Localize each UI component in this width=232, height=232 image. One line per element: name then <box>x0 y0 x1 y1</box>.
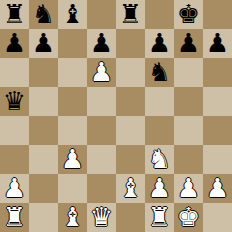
square-g8[interactable]: ♚ <box>174 0 203 29</box>
square-g4[interactable] <box>174 116 203 145</box>
square-b5[interactable] <box>29 87 58 116</box>
square-h2[interactable]: ♟ <box>203 174 232 203</box>
square-b8[interactable]: ♞ <box>29 0 58 29</box>
square-b4[interactable] <box>29 116 58 145</box>
black-pawn-piece: ♟ <box>177 29 200 58</box>
white-king-piece: ♚ <box>177 203 200 232</box>
square-a7[interactable]: ♟ <box>0 29 29 58</box>
white-pawn-piece: ♟ <box>90 58 113 87</box>
square-e8[interactable]: ♜ <box>116 0 145 29</box>
square-b1[interactable] <box>29 203 58 232</box>
square-b2[interactable] <box>29 174 58 203</box>
black-pawn-piece: ♟ <box>206 29 229 58</box>
square-g6[interactable] <box>174 58 203 87</box>
white-pawn-piece: ♟ <box>148 174 171 203</box>
white-pawn-piece: ♟ <box>206 174 229 203</box>
square-f3[interactable]: ♞ <box>145 145 174 174</box>
black-pawn-piece: ♟ <box>3 29 26 58</box>
square-c4[interactable] <box>58 116 87 145</box>
square-e7[interactable] <box>116 29 145 58</box>
black-queen-piece: ♛ <box>3 87 26 116</box>
square-f6[interactable]: ♞ <box>145 58 174 87</box>
white-rook-piece: ♜ <box>148 203 171 232</box>
black-knight-piece: ♞ <box>148 58 171 87</box>
square-a1[interactable]: ♜ <box>0 203 29 232</box>
square-f4[interactable] <box>145 116 174 145</box>
square-e6[interactable] <box>116 58 145 87</box>
square-h3[interactable] <box>203 145 232 174</box>
square-d4[interactable] <box>87 116 116 145</box>
square-g3[interactable] <box>174 145 203 174</box>
black-knight-piece: ♞ <box>32 0 55 29</box>
square-g5[interactable] <box>174 87 203 116</box>
square-h8[interactable] <box>203 0 232 29</box>
white-knight-piece: ♞ <box>148 145 171 174</box>
white-bishop-piece: ♝ <box>61 203 84 232</box>
black-king-piece: ♚ <box>177 0 200 29</box>
black-pawn-piece: ♟ <box>148 29 171 58</box>
square-d8[interactable] <box>87 0 116 29</box>
square-d3[interactable] <box>87 145 116 174</box>
square-c3[interactable]: ♟ <box>58 145 87 174</box>
square-c1[interactable]: ♝ <box>58 203 87 232</box>
square-a8[interactable]: ♜ <box>0 0 29 29</box>
black-bishop-piece: ♝ <box>61 0 84 29</box>
square-b6[interactable] <box>29 58 58 87</box>
square-a3[interactable] <box>0 145 29 174</box>
black-rook-piece: ♜ <box>3 0 26 29</box>
square-c6[interactable] <box>58 58 87 87</box>
square-h5[interactable] <box>203 87 232 116</box>
square-g7[interactable]: ♟ <box>174 29 203 58</box>
square-b3[interactable] <box>29 145 58 174</box>
square-d2[interactable] <box>87 174 116 203</box>
square-g2[interactable]: ♟ <box>174 174 203 203</box>
square-e5[interactable] <box>116 87 145 116</box>
square-c8[interactable]: ♝ <box>58 0 87 29</box>
square-a2[interactable]: ♟ <box>0 174 29 203</box>
square-d5[interactable] <box>87 87 116 116</box>
square-g1[interactable]: ♚ <box>174 203 203 232</box>
square-h1[interactable] <box>203 203 232 232</box>
square-f5[interactable] <box>145 87 174 116</box>
white-queen-piece: ♛ <box>90 203 113 232</box>
white-pawn-piece: ♟ <box>3 174 26 203</box>
chess-board: ♜♞♝♜♚♟♟♟♟♟♟♟♞♛♟♞♟♝♟♟♟♜♝♛♜♚ <box>0 0 232 232</box>
square-e3[interactable] <box>116 145 145 174</box>
square-b7[interactable]: ♟ <box>29 29 58 58</box>
black-pawn-piece: ♟ <box>32 29 55 58</box>
square-a4[interactable] <box>0 116 29 145</box>
square-h7[interactable]: ♟ <box>203 29 232 58</box>
black-rook-piece: ♜ <box>119 0 142 29</box>
white-bishop-piece: ♝ <box>119 174 142 203</box>
white-pawn-piece: ♟ <box>177 174 200 203</box>
square-c7[interactable] <box>58 29 87 58</box>
square-h6[interactable] <box>203 58 232 87</box>
square-a6[interactable] <box>0 58 29 87</box>
square-e4[interactable] <box>116 116 145 145</box>
square-f8[interactable] <box>145 0 174 29</box>
square-d7[interactable]: ♟ <box>87 29 116 58</box>
square-e2[interactable]: ♝ <box>116 174 145 203</box>
square-d6[interactable]: ♟ <box>87 58 116 87</box>
square-e1[interactable] <box>116 203 145 232</box>
square-c5[interactable] <box>58 87 87 116</box>
square-f2[interactable]: ♟ <box>145 174 174 203</box>
square-f1[interactable]: ♜ <box>145 203 174 232</box>
white-rook-piece: ♜ <box>3 203 26 232</box>
white-pawn-piece: ♟ <box>61 145 84 174</box>
black-pawn-piece: ♟ <box>90 29 113 58</box>
square-h4[interactable] <box>203 116 232 145</box>
square-c2[interactable] <box>58 174 87 203</box>
square-d1[interactable]: ♛ <box>87 203 116 232</box>
square-a5[interactable]: ♛ <box>0 87 29 116</box>
square-f7[interactable]: ♟ <box>145 29 174 58</box>
